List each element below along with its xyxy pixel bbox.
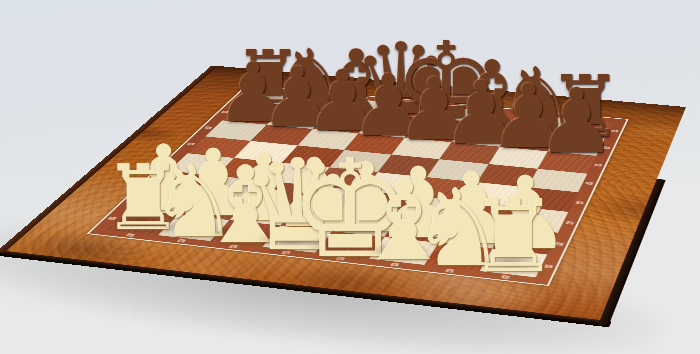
coord-label-rank-7: 7 [221,111,229,114]
coord-label-file-c: c [229,245,239,249]
chess-set-photo: abcdefgh abcdefgh 87654321 87654321 ♜♞♝♛… [0,0,700,354]
coord-label-rank-5: 5 [585,182,593,185]
coord-label-rank-7: 7 [603,146,611,149]
playing-field-frame: abcdefgh abcdefgh 87654321 87654321 [86,85,628,286]
coord-label-file-h: h [501,275,510,279]
coord-label-rank-5: 5 [187,143,196,146]
coord-label-rank-2: 2 [555,242,564,246]
coord-label-rank-8: 8 [611,130,618,133]
coord-label-rank-4: 4 [576,201,584,204]
coord-label-rank-8: 8 [237,96,245,99]
board-squares-grid [107,90,613,277]
coord-label-file-a: a [125,233,135,237]
coord-label-rank-6: 6 [204,126,212,129]
coord-label-file-e: e [335,257,344,261]
coord-label-rank-1: 1 [107,217,117,220]
coord-label-rank-3: 3 [566,221,575,225]
square-h1 [479,248,547,277]
coord-label-rank-3: 3 [149,178,158,181]
coord-label-file-d: d [282,251,292,255]
coord-label-rank-6: 6 [594,164,602,167]
coord-label-rank-2: 2 [129,197,138,200]
coord-label-file-g: g [445,269,454,273]
coord-label-file-f: f [390,263,399,267]
coord-label-file-b: b [177,239,187,243]
coord-label-rank-4: 4 [168,160,177,163]
coord-label-rank-1: 1 [544,265,553,269]
